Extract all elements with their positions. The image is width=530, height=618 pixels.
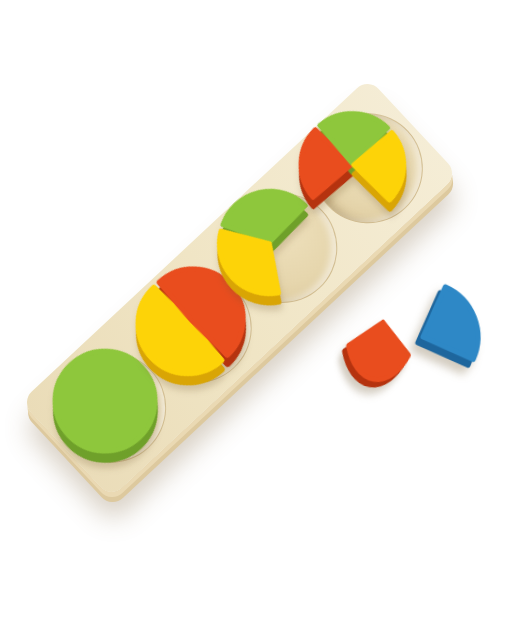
puzzle-board xyxy=(21,78,458,498)
product-photo-scene xyxy=(0,0,530,618)
loose-piece-blue-quarter[interactable] xyxy=(402,261,506,379)
